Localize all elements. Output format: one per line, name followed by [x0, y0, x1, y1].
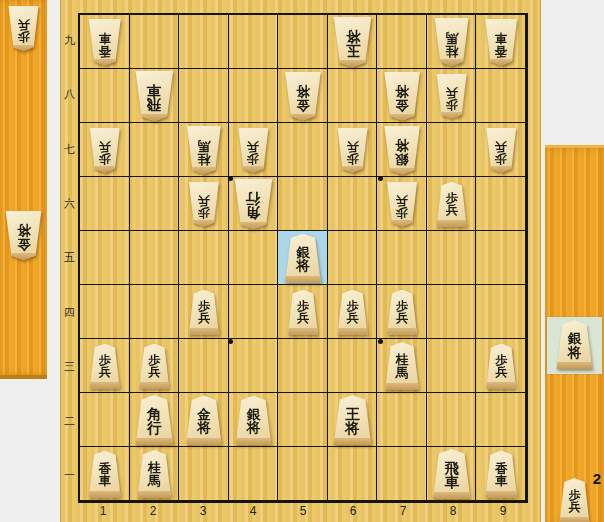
board-square[interactable] [278, 339, 328, 393]
board-square[interactable] [427, 285, 477, 339]
rank-labels: 九八七六五四三二一 [62, 13, 77, 503]
board-square[interactable]: 桂馬 [130, 447, 180, 501]
board-square[interactable] [229, 15, 279, 69]
shogi-piece-sente[interactable]: 香車 [484, 451, 518, 498]
board-square[interactable]: 歩兵 [229, 123, 279, 177]
piece-kanji: 香車 [484, 451, 518, 498]
board-square[interactable] [427, 231, 477, 285]
board-square[interactable]: 飛車 [427, 447, 477, 501]
board-square[interactable] [229, 447, 279, 501]
board-square[interactable] [476, 177, 526, 231]
board-square[interactable] [377, 447, 427, 501]
shogi-piece-gote[interactable]: 桂馬 [186, 126, 222, 174]
board-square[interactable]: 王将 [328, 393, 378, 447]
board-square[interactable]: 歩兵 [179, 177, 229, 231]
shogi-piece-gote[interactable]: 歩兵 [386, 182, 418, 227]
board-square[interactable]: 銀将 [377, 123, 427, 177]
piece-kanji: 王将 [333, 395, 373, 445]
file-labels: 123456789 [78, 502, 528, 520]
board-square[interactable] [476, 231, 526, 285]
rank-label: 二 [62, 394, 77, 448]
board-square[interactable] [80, 231, 130, 285]
rank-label: 七 [62, 122, 77, 176]
rank-label: 六 [62, 176, 77, 230]
board-square[interactable]: 玉将 [328, 15, 378, 69]
board-square[interactable] [377, 231, 427, 285]
board-square[interactable] [278, 15, 328, 69]
board-square[interactable] [80, 393, 130, 447]
board-square[interactable] [377, 393, 427, 447]
board-square[interactable] [179, 15, 229, 69]
shogi-piece-gote[interactable]: 歩兵 [89, 128, 121, 173]
piece-kanji: 歩兵 [485, 344, 517, 389]
hand-piece-count: 2 [593, 470, 601, 487]
file-label: 2 [128, 502, 178, 520]
file-label: 3 [178, 502, 228, 520]
board-square[interactable]: 桂馬 [377, 339, 427, 393]
piece-kanji: 歩兵 [337, 290, 369, 335]
board-square[interactable]: 桂馬 [427, 15, 477, 69]
board-square[interactable] [278, 177, 328, 231]
piece-kanji: 歩兵 [287, 290, 319, 335]
rank-label: 一 [62, 449, 77, 503]
rank-label: 三 [62, 340, 77, 394]
board-square[interactable]: 香車 [476, 447, 526, 501]
shogi-piece-gote[interactable]: 桂馬 [434, 18, 470, 66]
board-square[interactable]: 銀将 [229, 393, 279, 447]
board-square[interactable] [476, 393, 526, 447]
piece-kanji: 歩兵 [559, 478, 591, 522]
board-square[interactable] [278, 123, 328, 177]
board-square[interactable]: 金将 [377, 69, 427, 123]
piece-kanji: 歩兵 [436, 74, 468, 119]
piece-kanji: 桂馬 [384, 342, 420, 390]
board-square[interactable] [229, 231, 279, 285]
board-square[interactable] [278, 393, 328, 447]
shogi-piece-sente[interactable]: 銀将 [234, 396, 272, 445]
board-square[interactable] [328, 177, 378, 231]
piece-kanji: 角行 [134, 395, 174, 445]
file-label: 9 [478, 502, 528, 520]
shogi-piece-gote[interactable]: 玉将 [333, 17, 373, 67]
hand-piece-slot: 銀将 [556, 320, 594, 369]
board-square[interactable]: 角行 [229, 177, 279, 231]
shogi-piece-sente[interactable]: 桂馬 [136, 450, 172, 498]
board-square[interactable] [476, 285, 526, 339]
shogi-piece-sente[interactable]: 歩兵 [287, 290, 319, 335]
board-square[interactable]: 歩兵 [80, 339, 130, 393]
shogi-piece-sente[interactable]: 歩兵 [188, 290, 220, 335]
board-square[interactable]: 金将 [278, 69, 328, 123]
piece-kanji: 歩兵 [188, 290, 220, 335]
piece-kanji: 金将 [185, 396, 223, 445]
rank-label: 九 [62, 13, 77, 67]
hand-piece-slot: 歩兵 [8, 6, 40, 51]
file-label: 6 [328, 502, 378, 520]
shogi-piece-sente[interactable]: 歩兵 [559, 478, 591, 522]
board-square[interactable] [427, 123, 477, 177]
board-square[interactable] [130, 231, 180, 285]
piece-kanji: 香車 [88, 19, 122, 66]
board-square[interactable] [80, 177, 130, 231]
board-square[interactable] [377, 15, 427, 69]
piece-kanji: 歩兵 [188, 182, 220, 227]
board-square[interactable] [229, 285, 279, 339]
board-square[interactable] [476, 69, 526, 123]
board-square[interactable] [427, 393, 477, 447]
board-square[interactable] [179, 339, 229, 393]
piece-kanji: 歩兵 [386, 182, 418, 227]
board-square[interactable]: 歩兵 [377, 177, 427, 231]
board-square[interactable] [130, 177, 180, 231]
sente-hand-stand: 銀将歩兵2 [545, 145, 604, 522]
board-square[interactable]: 歩兵 [328, 123, 378, 177]
piece-kanji: 歩兵 [436, 182, 468, 227]
shogi-piece-sente[interactable]: 金将 [185, 396, 223, 445]
piece-kanji: 歩兵 [337, 128, 369, 173]
board-square[interactable] [179, 447, 229, 501]
shogi-piece-sente[interactable]: 銀将 [556, 320, 594, 369]
board-square[interactable]: 角行 [130, 393, 180, 447]
board-square[interactable]: 歩兵 [80, 123, 130, 177]
board-square[interactable]: 香車 [80, 15, 130, 69]
shogi-piece-gote[interactable]: 香車 [88, 19, 122, 66]
shogi-piece-gote[interactable]: 角行 [233, 179, 273, 229]
piece-kanji: 桂馬 [186, 126, 222, 174]
board-square[interactable]: 金将 [179, 393, 229, 447]
shogi-piece-gote[interactable]: 香車 [484, 19, 518, 66]
piece-kanji: 飛車 [134, 71, 174, 121]
piece-kanji: 歩兵 [138, 344, 170, 389]
piece-kanji: 桂馬 [136, 450, 172, 498]
piece-kanji: 飛車 [432, 449, 472, 499]
piece-kanji: 香車 [88, 451, 122, 498]
shogi-piece-gote[interactable]: 金将 [383, 72, 421, 121]
rank-label: 五 [62, 231, 77, 285]
piece-kanji: 金将 [284, 72, 322, 121]
piece-kanji: 銀将 [556, 320, 594, 369]
board-square[interactable]: 歩兵 [328, 285, 378, 339]
shogi-piece-gote[interactable]: 銀将 [383, 126, 421, 175]
piece-kanji: 歩兵 [8, 6, 40, 51]
board-square[interactable] [328, 339, 378, 393]
shogi-piece-gote[interactable]: 金将 [5, 211, 43, 260]
file-label: 5 [278, 502, 328, 520]
board-square[interactable]: 歩兵 [377, 285, 427, 339]
board-square[interactable] [80, 69, 130, 123]
board-square[interactable] [179, 231, 229, 285]
shogi-piece-sente[interactable]: 銀将 [284, 234, 322, 283]
piece-kanji: 歩兵 [386, 290, 418, 335]
shogi-piece-sente[interactable]: 王将 [333, 395, 373, 445]
shogi-piece-sente[interactable]: 歩兵 [337, 290, 369, 335]
board-square[interactable] [328, 69, 378, 123]
piece-kanji: 歩兵 [89, 344, 121, 389]
shogi-piece-sente[interactable]: 歩兵 [485, 344, 517, 389]
piece-kanji: 金将 [5, 211, 43, 260]
shogi-piece-sente[interactable]: 桂馬 [384, 342, 420, 390]
board-square[interactable] [130, 123, 180, 177]
shogi-piece-sente[interactable]: 角行 [134, 395, 174, 445]
board-square[interactable] [427, 339, 477, 393]
file-label: 4 [228, 502, 278, 520]
board-square[interactable]: 歩兵 [179, 285, 229, 339]
piece-kanji: 歩兵 [89, 128, 121, 173]
board-square[interactable]: 歩兵 [130, 339, 180, 393]
board-square[interactable]: 歩兵 [278, 285, 328, 339]
piece-kanji: 角行 [233, 179, 273, 229]
gote-hand-stand: 歩兵金将 [0, 0, 47, 379]
board-square[interactable]: 飛車 [130, 69, 180, 123]
rank-label: 八 [62, 67, 77, 121]
board-square[interactable]: 歩兵 [476, 339, 526, 393]
board-square[interactable] [229, 69, 279, 123]
board-square[interactable] [278, 447, 328, 501]
board-square[interactable] [179, 69, 229, 123]
shogi-piece-sente[interactable]: 歩兵 [386, 290, 418, 335]
board-square[interactable] [130, 15, 180, 69]
file-label: 7 [378, 502, 428, 520]
shogi-piece-gote[interactable]: 歩兵 [337, 128, 369, 173]
piece-kanji: 金将 [383, 72, 421, 121]
shogi-piece-gote[interactable]: 金将 [284, 72, 322, 121]
shogi-piece-sente[interactable]: 歩兵 [436, 182, 468, 227]
board-square[interactable]: 歩兵 [427, 69, 477, 123]
piece-kanji: 銀将 [234, 396, 272, 445]
shogi-piece-gote[interactable]: 歩兵 [485, 128, 517, 173]
board-square[interactable] [229, 339, 279, 393]
board-square[interactable] [80, 285, 130, 339]
piece-kanji: 香車 [484, 19, 518, 66]
board-square[interactable]: 歩兵 [427, 177, 477, 231]
file-label: 1 [78, 502, 128, 520]
shogi-piece-gote[interactable]: 歩兵 [237, 128, 269, 173]
piece-kanji: 銀将 [383, 126, 421, 175]
piece-kanji: 桂馬 [434, 18, 470, 66]
file-label: 8 [428, 502, 478, 520]
board-square[interactable]: 桂馬 [179, 123, 229, 177]
shogi-piece-gote[interactable]: 歩兵 [188, 182, 220, 227]
board-square[interactable]: 銀将 [278, 231, 328, 285]
board-grid: 香車玉将桂馬香車飛車金将金将歩兵歩兵桂馬歩兵歩兵銀将歩兵歩兵角行歩兵歩兵銀将歩兵… [78, 13, 528, 503]
hand-piece-slot: 歩兵 [559, 478, 591, 522]
rank-label: 四 [62, 285, 77, 339]
hand-piece-slot: 金将 [5, 211, 43, 260]
shogi-piece-gote[interactable]: 歩兵 [436, 74, 468, 119]
board-square[interactable]: 香車 [80, 447, 130, 501]
shogi-piece-gote[interactable]: 飛車 [134, 71, 174, 121]
piece-kanji: 歩兵 [485, 128, 517, 173]
shogi-piece-sente[interactable]: 飛車 [432, 449, 472, 499]
shogi-piece-sente[interactable]: 歩兵 [89, 344, 121, 389]
piece-kanji: 歩兵 [237, 128, 269, 173]
board-square[interactable] [130, 285, 180, 339]
shogi-piece-sente[interactable]: 香車 [88, 451, 122, 498]
board-square[interactable]: 香車 [476, 15, 526, 69]
board-square[interactable]: 歩兵 [476, 123, 526, 177]
shogi-piece-gote[interactable]: 歩兵 [8, 6, 40, 51]
piece-kanji: 銀将 [284, 234, 322, 283]
shogi-piece-sente[interactable]: 歩兵 [138, 344, 170, 389]
shogi-board: 九八七六五四三二一 香車玉将桂馬香車飛車金将金将歩兵歩兵桂馬歩兵歩兵銀将歩兵歩兵… [61, 0, 540, 522]
board-square[interactable] [328, 231, 378, 285]
board-square[interactable] [328, 447, 378, 501]
piece-kanji: 玉将 [333, 17, 373, 67]
